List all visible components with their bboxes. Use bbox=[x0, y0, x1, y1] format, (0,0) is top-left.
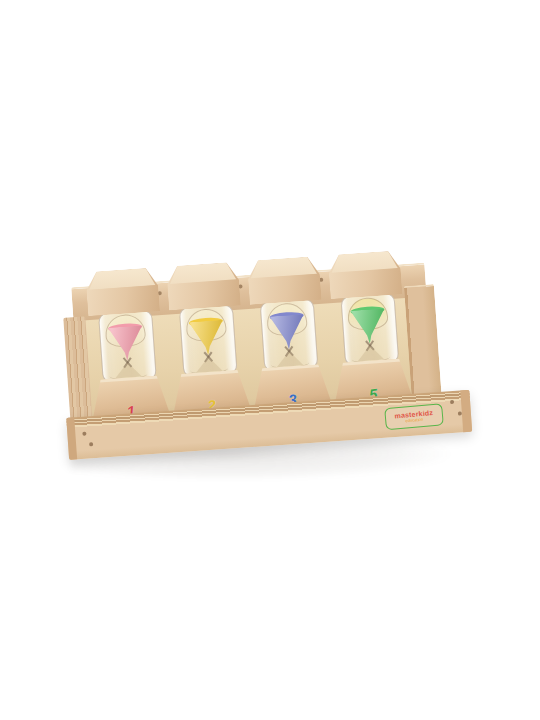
screw-hole bbox=[89, 442, 93, 446]
screw-hole bbox=[458, 411, 462, 415]
glass-cylinder bbox=[260, 298, 319, 372]
sand-timer-3: 3 bbox=[244, 256, 332, 413]
glass-cylinder bbox=[179, 304, 238, 378]
sand-timer-2: 2 bbox=[163, 261, 251, 418]
glass-cylinder bbox=[340, 293, 399, 367]
sand-timer-1: 1 bbox=[82, 267, 170, 424]
sand-timer-tray: 1 2 bbox=[60, 238, 469, 461]
glass-cylinder bbox=[98, 310, 157, 384]
screw-hole bbox=[450, 400, 454, 404]
screw-hole bbox=[82, 432, 86, 436]
photo-stage: 1 2 bbox=[0, 0, 540, 720]
sand-timer-5: 5 bbox=[325, 250, 413, 407]
wooden-top-cap bbox=[247, 256, 322, 305]
wooden-top-cap bbox=[166, 262, 241, 311]
masterkidz-logo: masterkidz education bbox=[384, 403, 444, 430]
wooden-top-cap bbox=[85, 267, 160, 316]
logo-sub-text: education bbox=[405, 417, 423, 423]
wooden-top-cap bbox=[328, 250, 403, 299]
